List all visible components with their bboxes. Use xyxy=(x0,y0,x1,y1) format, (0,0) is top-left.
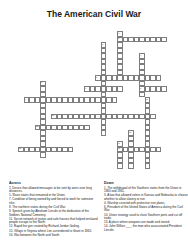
down-clue-list: 1. The withdrawal of the Southern states… xyxy=(104,186,188,232)
clue-down-6: 6. President of the United States of Ame… xyxy=(104,205,188,212)
cell-number: 2 xyxy=(118,37,119,39)
cell-number: 7 xyxy=(85,87,86,89)
cell-number: 4 xyxy=(140,54,141,56)
clue-across-9: 9. Speech given by Abraham Lincoln at th… xyxy=(9,209,99,216)
down-clues-section: Down 1. The withdrawal of the Southern s… xyxy=(104,181,188,237)
clue-down-1: 1. The withdrawal of the Southern states… xyxy=(104,186,188,193)
blocked-cell xyxy=(161,163,167,169)
cell-number: 1 xyxy=(118,32,119,34)
cell-number: 10 xyxy=(146,98,148,100)
clue-across-16: 16. War between the North and South. xyxy=(9,233,99,236)
clue-down-14: 14. John Wilkes ___, the man who assassi… xyxy=(104,225,188,232)
cell-number: 6 xyxy=(41,81,42,83)
across-header: Across xyxy=(9,181,99,185)
cell-number: 11 xyxy=(52,114,54,116)
cell-number: 16 xyxy=(118,147,120,149)
cell-number: 3 xyxy=(102,43,103,45)
across-clues-section: Across 2. Device that allowed messages t… xyxy=(9,181,99,237)
cell-number: 9 xyxy=(25,98,26,100)
crossword-grid: 12345678910111213141516 xyxy=(18,31,167,169)
cell-number: 15 xyxy=(19,147,21,149)
clue-down-4: 4. Warship covered with protective iron … xyxy=(104,201,188,204)
clue-across-7: 7. Condition of being owned by and force… xyxy=(9,198,99,205)
clue-across-8: 8. The northern states during the Civil … xyxy=(9,205,99,208)
clue-across-11: 11. Secret network of routes and safe ho… xyxy=(9,217,99,224)
clue-down-10: 10. Union strategy used to close Souther… xyxy=(104,213,188,220)
cell-number: 13 xyxy=(129,131,131,133)
page-title: The American Civil War xyxy=(0,9,188,19)
cell-number: 8 xyxy=(140,87,141,89)
cell-number: 14 xyxy=(118,142,120,144)
down-header: Down xyxy=(104,181,188,185)
clue-across-5: 5. Slave states that remained in the Uni… xyxy=(9,193,99,196)
clue-across-12: 12. Rapid fire gun created by Richard Jo… xyxy=(9,225,99,228)
clue-across-15: 15. Village in Virginia where Lee surren… xyxy=(9,229,99,232)
clue-down-13: 13. A place where weapons are made and s… xyxy=(104,221,188,224)
clue-down-3: 3. A law that allowed voters in Kansas a… xyxy=(104,193,188,200)
cell-number: 5 xyxy=(96,76,97,78)
cell-number: 12 xyxy=(36,125,38,127)
clue-across-2: 2. Device that allowed messages to be se… xyxy=(9,186,99,193)
clue-lists: Across 2. Device that allowed messages t… xyxy=(9,181,188,243)
across-clue-list: 2. Device that allowed messages to be se… xyxy=(9,186,99,237)
